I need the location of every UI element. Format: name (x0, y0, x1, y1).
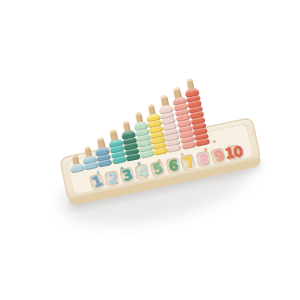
number-pieces-layer: 12345678910 (46, 53, 251, 97)
number-slots-layer (46, 53, 251, 97)
product-photo: 12345678910 (0, 0, 300, 300)
counting-toy: 12345678910 (46, 53, 276, 214)
printed-dot (212, 140, 215, 143)
printed-dots-layer (46, 53, 251, 97)
ring-stacks-layer (46, 53, 251, 97)
